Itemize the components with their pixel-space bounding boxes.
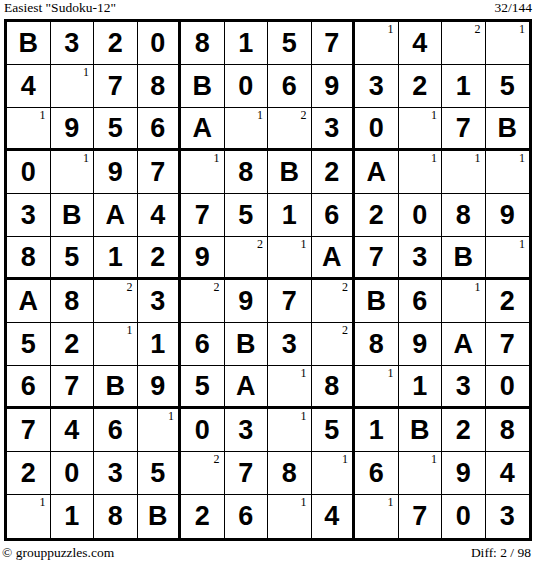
cell-r12c7[interactable]: 1 (268, 495, 312, 538)
cell-r6c10[interactable]: 3 (399, 237, 443, 280)
cell-r7c6[interactable]: 9 (225, 280, 269, 323)
cell-r4c11[interactable]: 1 (442, 151, 486, 194)
cell-value: 8 (195, 30, 210, 57)
cell-r7c2[interactable]: 8 (51, 280, 95, 323)
cell-r1c8[interactable]: 7 (312, 22, 356, 65)
cell-r2c9[interactable]: 3 (355, 65, 399, 108)
cell-value: 1 (456, 73, 471, 100)
hint-number: 1 (40, 495, 46, 509)
cell-value: 8 (500, 417, 515, 444)
cell-r1c9[interactable]: 1 (355, 22, 399, 65)
cell-value: 6 (108, 417, 123, 444)
cell-value: 2 (108, 30, 123, 57)
sudoku-board: B320815714214178B06932151956A123017B0197… (4, 19, 532, 541)
cell-value: 3 (282, 331, 297, 358)
cell-r10c3[interactable]: 6 (94, 409, 138, 452)
cell-r4c1[interactable]: 0 (7, 151, 51, 194)
cell-r1c10[interactable]: 4 (399, 22, 443, 65)
cell-value: 4 (412, 30, 427, 57)
cell-value: 1 (412, 373, 427, 400)
cell-r11c1[interactable]: 2 (7, 452, 51, 495)
cell-value: 9 (108, 159, 123, 186)
cell-value: 0 (500, 373, 515, 400)
hint-number: 1 (388, 22, 394, 36)
cell-r12c3[interactable]: 8 (94, 495, 138, 538)
hint-number: 2 (342, 323, 348, 337)
cell-value: 0 (412, 202, 427, 229)
cell-r4c3[interactable]: 9 (94, 151, 138, 194)
cell-value: 0 (21, 159, 36, 186)
cell-r11c9[interactable]: 6 (355, 452, 399, 495)
cell-value: B (19, 30, 39, 57)
cell-value: 8 (282, 460, 297, 487)
cell-value: 3 (150, 288, 165, 315)
cell-r8c3[interactable]: 1 (94, 323, 138, 366)
cell-r2c11[interactable]: 1 (442, 65, 486, 108)
cell-r7c3[interactable]: 2 (94, 280, 138, 323)
cell-r12c10[interactable]: 7 (399, 495, 443, 538)
cell-value: 0 (238, 73, 253, 100)
hint-number: 1 (40, 108, 46, 122)
cell-r3c5[interactable]: A (181, 108, 225, 151)
cell-r1c4[interactable]: 0 (138, 22, 182, 65)
cell-value: 6 (282, 73, 297, 100)
cell-r11c5[interactable]: 2 (181, 452, 225, 495)
cell-r4c2[interactable]: 1 (51, 151, 95, 194)
cell-r6c8[interactable]: A (312, 237, 356, 280)
cell-value: 9 (500, 202, 515, 229)
cell-r12c12[interactable]: 3 (486, 495, 530, 538)
cell-r11c4[interactable]: 5 (138, 452, 182, 495)
cell-r6c3[interactable]: 1 (94, 237, 138, 280)
cell-value: 9 (64, 115, 79, 142)
cell-r10c11[interactable]: 2 (442, 409, 486, 452)
cell-r10c8[interactable]: 5 (312, 409, 356, 452)
cell-r12c9[interactable]: 1 (355, 495, 399, 538)
hint-number: 2 (475, 22, 481, 36)
cell-r10c5[interactable]: 0 (181, 409, 225, 452)
cell-value: 7 (150, 159, 165, 186)
cell-r1c6[interactable]: 1 (225, 22, 269, 65)
hint-number: 2 (214, 452, 220, 466)
cell-value: 5 (282, 30, 297, 57)
cell-value: 8 (64, 288, 79, 315)
cell-value: 3 (369, 73, 384, 100)
cell-value: B (280, 159, 300, 186)
cell-value: 3 (456, 373, 471, 400)
cell-value: B (193, 73, 213, 100)
cell-r3c9[interactable]: 0 (355, 108, 399, 151)
cell-r4c5[interactable]: 1 (181, 151, 225, 194)
cell-r7c7[interactable]: 7 (268, 280, 312, 323)
cell-value: 7 (456, 115, 471, 142)
cell-value: 5 (108, 115, 123, 142)
cell-value: 1 (64, 503, 79, 530)
cell-r3c8[interactable]: 3 (312, 108, 356, 151)
cell-r5c7[interactable]: 1 (268, 194, 312, 237)
cell-r10c10[interactable]: B (399, 409, 443, 452)
cell-r5c1[interactable]: 3 (7, 194, 51, 237)
cell-r7c10[interactable]: 6 (399, 280, 443, 323)
cell-r9c7[interactable]: 1 (268, 366, 312, 409)
cell-value: 8 (238, 159, 253, 186)
cell-value: 7 (369, 244, 384, 271)
cell-r7c12[interactable]: 2 (486, 280, 530, 323)
cell-value: A (367, 159, 387, 186)
cell-r12c4[interactable]: B (138, 495, 182, 538)
cell-r12c1[interactable]: 1 (7, 495, 51, 538)
cell-value: A (454, 331, 474, 358)
cell-r3c2[interactable]: 9 (51, 108, 95, 151)
cell-value: 9 (412, 331, 427, 358)
cell-value: 2 (412, 73, 427, 100)
cell-r4c4[interactable]: 7 (138, 151, 182, 194)
cell-value: 6 (324, 202, 339, 229)
cell-r5c10[interactable]: 0 (399, 194, 443, 237)
cell-r7c9[interactable]: B (355, 280, 399, 323)
cell-value: 0 (64, 460, 79, 487)
cell-r5c11[interactable]: 8 (442, 194, 486, 237)
hint-number: 2 (257, 237, 263, 251)
cell-value: 7 (500, 331, 515, 358)
hint-number: 1 (342, 452, 348, 466)
difficulty-text: Diff: 2 / 98 (471, 545, 531, 561)
cell-r12c11[interactable]: 0 (442, 495, 486, 538)
cell-value: 2 (324, 159, 339, 186)
cell-value: 6 (150, 115, 165, 142)
cell-r9c2[interactable]: 7 (51, 366, 95, 409)
cell-value: 8 (108, 503, 123, 530)
cell-r1c12[interactable]: 1 (486, 22, 530, 65)
cell-r7c8[interactable]: 2 (312, 280, 356, 323)
cell-r2c2[interactable]: 1 (51, 65, 95, 108)
hint-number: 1 (519, 151, 525, 165)
cell-r3c12[interactable]: B (486, 108, 530, 151)
hint-number: 1 (301, 237, 307, 251)
hint-number: 1 (214, 151, 220, 165)
cell-value: 9 (324, 73, 339, 100)
cell-r9c9[interactable]: 1 (355, 366, 399, 409)
cell-r10c2[interactable]: 4 (51, 409, 95, 452)
cell-r9c5[interactable]: 5 (181, 366, 225, 409)
hint-number: 1 (127, 323, 133, 337)
cell-value: 3 (412, 244, 427, 271)
cell-value: 4 (64, 417, 79, 444)
cell-value: 0 (195, 417, 210, 444)
cell-value: 1 (108, 244, 123, 271)
cell-r9c6[interactable]: A (225, 366, 269, 409)
cell-counter: 32/144 (494, 0, 532, 16)
cell-r11c8[interactable]: 1 (312, 452, 356, 495)
cell-r3c6[interactable]: 1 (225, 108, 269, 151)
cell-r6c5[interactable]: 9 (181, 237, 225, 280)
cell-r6c12[interactable]: 1 (486, 237, 530, 280)
cell-value: 9 (150, 373, 165, 400)
cell-r6c1[interactable]: 8 (7, 237, 51, 280)
cell-value: 2 (64, 331, 79, 358)
cell-r3c10[interactable]: 1 (399, 108, 443, 151)
cell-value: 3 (500, 503, 515, 530)
cell-r3c11[interactable]: 7 (442, 108, 486, 151)
cell-r11c11[interactable]: 9 (442, 452, 486, 495)
cell-r11c3[interactable]: 3 (94, 452, 138, 495)
cell-r1c11[interactable]: 2 (442, 22, 486, 65)
cell-value: 7 (195, 202, 210, 229)
cell-r8c8[interactable]: 2 (312, 323, 356, 366)
cell-r4c9[interactable]: A (355, 151, 399, 194)
hint-number: 2 (127, 280, 133, 294)
cell-value: 4 (500, 460, 515, 487)
cell-r2c10[interactable]: 2 (399, 65, 443, 108)
hint-number: 1 (388, 495, 394, 509)
cell-r4c7[interactable]: B (268, 151, 312, 194)
hint-number: 1 (301, 495, 307, 509)
cell-r6c6[interactable]: 2 (225, 237, 269, 280)
hint-number: 2 (342, 280, 348, 294)
cell-r2c3[interactable]: 7 (94, 65, 138, 108)
cell-value: 9 (195, 244, 210, 271)
cell-r5c6[interactable]: 5 (225, 194, 269, 237)
cell-r8c5[interactable]: 6 (181, 323, 225, 366)
cell-r9c10[interactable]: 1 (399, 366, 443, 409)
cell-value: 7 (238, 460, 253, 487)
cell-r2c8[interactable]: 9 (312, 65, 356, 108)
cell-r5c4[interactable]: 4 (138, 194, 182, 237)
cell-r4c12[interactable]: 1 (486, 151, 530, 194)
cell-value: 7 (64, 373, 79, 400)
cell-r11c10[interactable]: 1 (399, 452, 443, 495)
cell-value: 3 (108, 460, 123, 487)
cell-r10c1[interactable]: 7 (7, 409, 51, 452)
cell-r12c8[interactable]: 4 (312, 495, 356, 538)
cell-value: 4 (324, 503, 339, 530)
cell-value: 2 (21, 460, 36, 487)
cell-value: 4 (21, 73, 36, 100)
cell-value: 1 (238, 30, 253, 57)
cell-value: 5 (238, 202, 253, 229)
cell-value: 0 (369, 115, 384, 142)
hint-number: 2 (301, 108, 307, 122)
cell-value: 2 (500, 288, 515, 315)
hint-number: 1 (388, 366, 394, 380)
cell-value: 7 (21, 417, 36, 444)
cell-value: 6 (412, 288, 427, 315)
cell-r6c2[interactable]: 5 (51, 237, 95, 280)
cell-value: 4 (150, 202, 165, 229)
cell-r3c4[interactable]: 6 (138, 108, 182, 151)
cell-r12c5[interactable]: 2 (181, 495, 225, 538)
cell-value: 6 (238, 503, 253, 530)
cell-r2c4[interactable]: 8 (138, 65, 182, 108)
cell-r9c11[interactable]: 3 (442, 366, 486, 409)
cell-value: 6 (369, 460, 384, 487)
cell-r9c4[interactable]: 9 (138, 366, 182, 409)
cell-r10c6[interactable]: 3 (225, 409, 269, 452)
cell-r1c1[interactable]: B (7, 22, 51, 65)
cell-r7c4[interactable]: 3 (138, 280, 182, 323)
cell-r2c7[interactable]: 6 (268, 65, 312, 108)
cell-r12c2[interactable]: 1 (51, 495, 95, 538)
cell-value: 1 (282, 202, 297, 229)
cell-r8c2[interactable]: 2 (51, 323, 95, 366)
cell-r10c9[interactable]: 1 (355, 409, 399, 452)
hint-number: 1 (475, 280, 481, 294)
cell-value: 3 (64, 30, 79, 57)
cell-value: 8 (21, 244, 36, 271)
cell-value: 1 (369, 417, 384, 444)
cell-value: B (498, 115, 518, 142)
cell-value: A (19, 288, 39, 315)
copyright-text: © grouppuzzles.com (2, 545, 114, 561)
hint-number: 1 (431, 151, 437, 165)
cell-value: A (322, 244, 342, 271)
cell-r10c4[interactable]: 1 (138, 409, 182, 452)
cell-r4c8[interactable]: 2 (312, 151, 356, 194)
cell-r3c3[interactable]: 5 (94, 108, 138, 151)
cell-r5c5[interactable]: 7 (181, 194, 225, 237)
cell-value: 2 (456, 417, 471, 444)
cell-r8c11[interactable]: A (442, 323, 486, 366)
cell-r8c1[interactable]: 5 (7, 323, 51, 366)
cell-r1c7[interactable]: 5 (268, 22, 312, 65)
cell-r2c5[interactable]: B (181, 65, 225, 108)
cell-r3c1[interactable]: 1 (7, 108, 51, 151)
cell-r11c2[interactable]: 0 (51, 452, 95, 495)
cell-r2c1[interactable]: 4 (7, 65, 51, 108)
cell-r8c9[interactable]: 8 (355, 323, 399, 366)
cell-value: B (410, 417, 430, 444)
cell-value: 5 (500, 73, 515, 100)
cell-r4c6[interactable]: 8 (225, 151, 269, 194)
cell-r5c3[interactable]: A (94, 194, 138, 237)
cell-value: 5 (64, 244, 79, 271)
cell-r6c7[interactable]: 1 (268, 237, 312, 280)
cell-r7c11[interactable]: 1 (442, 280, 486, 323)
hint-number: 1 (257, 108, 263, 122)
cell-r8c10[interactable]: 9 (399, 323, 443, 366)
hint-number: 1 (475, 151, 481, 165)
hint-number: 1 (301, 409, 307, 423)
cell-value: A (236, 373, 256, 400)
cell-value: 9 (456, 460, 471, 487)
cell-r4c10[interactable]: 1 (399, 151, 443, 194)
cell-r2c12[interactable]: 5 (486, 65, 530, 108)
cell-r5c12[interactable]: 9 (486, 194, 530, 237)
cell-value: 8 (324, 373, 339, 400)
cell-r1c5[interactable]: 8 (181, 22, 225, 65)
cell-r8c6[interactable]: B (225, 323, 269, 366)
hint-number: 1 (83, 65, 89, 79)
hint-number: 1 (519, 237, 525, 251)
cell-r11c7[interactable]: 8 (268, 452, 312, 495)
cell-value: 1 (150, 331, 165, 358)
cell-r6c4[interactable]: 2 (138, 237, 182, 280)
cell-r8c7[interactable]: 3 (268, 323, 312, 366)
cell-value: 2 (150, 244, 165, 271)
cell-value: 7 (108, 73, 123, 100)
cell-value: 0 (456, 503, 471, 530)
cell-value: 7 (412, 503, 427, 530)
hint-number: 1 (519, 22, 525, 36)
cell-value: B (106, 373, 126, 400)
cell-r9c1[interactable]: 6 (7, 366, 51, 409)
cell-r12c6[interactable]: 6 (225, 495, 269, 538)
cell-r7c5[interactable]: 2 (181, 280, 225, 323)
cell-value: 5 (150, 460, 165, 487)
cell-value: 8 (150, 73, 165, 100)
cell-r8c12[interactable]: 7 (486, 323, 530, 366)
cell-value: 3 (238, 417, 253, 444)
cell-r8c4[interactable]: 1 (138, 323, 182, 366)
cell-r5c8[interactable]: 6 (312, 194, 356, 237)
cell-value: 0 (150, 30, 165, 57)
cell-r9c8[interactable]: 8 (312, 366, 356, 409)
cell-value: 5 (21, 331, 36, 358)
cell-value: 7 (282, 288, 297, 315)
cell-value: B (236, 331, 256, 358)
cell-value: A (193, 115, 213, 142)
page: Easiest "Sudoku-12" 32/144 B320815714214… (0, 0, 535, 569)
cell-r2c6[interactable]: 0 (225, 65, 269, 108)
cell-r7c1[interactable]: A (7, 280, 51, 323)
hint-number: 1 (431, 108, 437, 122)
puzzle-title: Easiest "Sudoku-12" (4, 0, 116, 16)
cell-value: 2 (195, 503, 210, 530)
cell-value: B (148, 503, 168, 530)
cell-r6c11[interactable]: B (442, 237, 486, 280)
cell-r1c2[interactable]: 3 (51, 22, 95, 65)
cell-value: A (106, 202, 126, 229)
cell-value: B (454, 244, 474, 271)
cell-value: 8 (369, 331, 384, 358)
cell-r5c2[interactable]: B (51, 194, 95, 237)
cell-value: 5 (195, 373, 210, 400)
cell-r6c9[interactable]: 7 (355, 237, 399, 280)
cell-r1c3[interactable]: 2 (94, 22, 138, 65)
cell-value: 5 (324, 417, 339, 444)
hint-number: 1 (83, 151, 89, 165)
hint-number: 1 (168, 409, 174, 423)
cell-r9c3[interactable]: B (94, 366, 138, 409)
cell-value: 3 (21, 202, 36, 229)
cell-r11c12[interactable]: 4 (486, 452, 530, 495)
cell-r3c7[interactable]: 2 (268, 108, 312, 151)
cell-value: 3 (324, 115, 339, 142)
cell-value: 6 (21, 373, 36, 400)
cell-value: 6 (195, 331, 210, 358)
hint-number: 1 (431, 452, 437, 466)
cell-r5c9[interactable]: 2 (355, 194, 399, 237)
cell-value: 2 (369, 202, 384, 229)
cell-r9c12[interactable]: 0 (486, 366, 530, 409)
cell-value: 9 (238, 288, 253, 315)
hint-number: 2 (214, 280, 220, 294)
cell-r11c6[interactable]: 7 (225, 452, 269, 495)
cell-value: B (62, 202, 82, 229)
cell-r10c7[interactable]: 1 (268, 409, 312, 452)
cell-value: B (367, 288, 387, 315)
cell-r10c12[interactable]: 8 (486, 409, 530, 452)
hint-number: 1 (301, 366, 307, 380)
cell-value: 7 (324, 30, 339, 57)
cell-value: 8 (456, 202, 471, 229)
